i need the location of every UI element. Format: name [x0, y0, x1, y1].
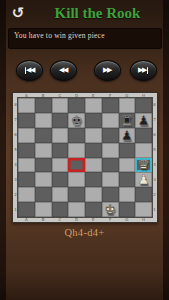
- fast-forward-button[interactable]: ▶▶: [94, 60, 121, 81]
- coord-label: 8: [13, 98, 18, 113]
- square-a1[interactable]: [18, 202, 35, 217]
- square-b7[interactable]: [35, 113, 52, 128]
- coord-label: 7: [152, 113, 157, 128]
- square-g2[interactable]: [119, 187, 136, 202]
- coord-label: A: [18, 217, 35, 222]
- square-c7[interactable]: [52, 113, 69, 128]
- instruction-text: You have to win given piece: [8, 28, 162, 43]
- coord-label: D: [68, 93, 85, 98]
- square-a5[interactable]: [18, 143, 35, 158]
- coord-label: 4: [13, 158, 18, 173]
- square-f8[interactable]: [102, 98, 119, 113]
- undo-arrow-icon: ↺: [12, 4, 25, 22]
- file-labels-top: ABCDEFGH: [18, 93, 152, 98]
- skip-to-start-icon: ◀◀: [26, 67, 34, 74]
- square-d5[interactable]: [68, 143, 85, 158]
- coord-label: C: [52, 217, 69, 222]
- coord-label: 8: [152, 98, 157, 113]
- white-king[interactable]: ♚: [104, 203, 116, 216]
- square-e3[interactable]: [85, 172, 102, 187]
- square-a2[interactable]: [18, 187, 35, 202]
- square-h4[interactable]: ♛: [135, 158, 152, 173]
- square-f2[interactable]: [102, 187, 119, 202]
- right-edge-decoration: [163, 0, 169, 300]
- square-d8[interactable]: [68, 98, 85, 113]
- square-e4[interactable]: [85, 158, 102, 173]
- chess-board: ABCDEFGH ABCDEFGH 87654321 87654321 ♚♜♟♟…: [12, 92, 158, 223]
- coord-label: A: [18, 93, 35, 98]
- square-h1[interactable]: [135, 202, 152, 217]
- coord-label: H: [135, 93, 152, 98]
- board-grid: ♚♜♟♟♛♟♚: [18, 98, 152, 217]
- square-e1[interactable]: [85, 202, 102, 217]
- square-a4[interactable]: [18, 158, 35, 173]
- top-bar: ↺ Kill the Rook: [0, 0, 169, 28]
- coord-label: 3: [13, 172, 18, 187]
- coord-label: 6: [13, 128, 18, 143]
- rewind-button[interactable]: ◀◀: [50, 60, 77, 81]
- square-f1[interactable]: ♚: [102, 202, 119, 217]
- coord-label: F: [102, 217, 119, 222]
- square-g8[interactable]: [119, 98, 136, 113]
- app-screen: ↺ Kill the Rook You have to win given pi…: [0, 0, 169, 300]
- black-pawn[interactable]: ♟: [138, 114, 150, 127]
- square-f7[interactable]: [102, 113, 119, 128]
- square-e8[interactable]: [85, 98, 102, 113]
- square-f4[interactable]: [102, 158, 119, 173]
- square-g7[interactable]: ♜: [119, 113, 136, 128]
- rank-labels-left: 87654321: [13, 98, 18, 217]
- rank-labels-right: 87654321: [152, 98, 157, 217]
- left-edge-decoration: [0, 0, 6, 300]
- square-g6[interactable]: ♟: [119, 128, 136, 143]
- back-button[interactable]: ↺: [8, 3, 28, 23]
- square-d2[interactable]: [68, 187, 85, 202]
- square-e5[interactable]: [85, 143, 102, 158]
- coord-label: 1: [152, 202, 157, 217]
- square-d4[interactable]: [68, 158, 85, 173]
- square-g1[interactable]: [119, 202, 136, 217]
- square-h3[interactable]: ♟: [135, 172, 152, 187]
- coord-label: G: [119, 217, 136, 222]
- square-b1[interactable]: [35, 202, 52, 217]
- square-e7[interactable]: [85, 113, 102, 128]
- square-d7[interactable]: ♚: [68, 113, 85, 128]
- square-e6[interactable]: [85, 128, 102, 143]
- playback-controls: ◀◀◀◀▶▶▶▶: [0, 60, 169, 82]
- file-labels-bottom: ABCDEFGH: [18, 217, 152, 222]
- coord-label: F: [102, 93, 119, 98]
- coord-label: 2: [13, 187, 18, 202]
- square-g4[interactable]: [119, 158, 136, 173]
- square-f6[interactable]: [102, 128, 119, 143]
- coord-label: H: [135, 217, 152, 222]
- coord-label: 5: [13, 143, 18, 158]
- square-h8[interactable]: [135, 98, 152, 113]
- coord-label: 2: [152, 187, 157, 202]
- square-d1[interactable]: [68, 202, 85, 217]
- page-title: Kill the Rook: [28, 5, 167, 22]
- skip-to-start-button[interactable]: ◀◀: [16, 60, 43, 81]
- square-b2[interactable]: [35, 187, 52, 202]
- fast-forward-icon: ▶▶: [103, 67, 111, 74]
- square-b4[interactable]: [35, 158, 52, 173]
- coord-label: B: [35, 217, 52, 222]
- square-c2[interactable]: [52, 187, 69, 202]
- square-a7[interactable]: [18, 113, 35, 128]
- square-b5[interactable]: [35, 143, 52, 158]
- skip-to-end-icon: ▶▶: [138, 67, 146, 74]
- coord-label: B: [35, 93, 52, 98]
- coord-label: 4: [152, 158, 157, 173]
- rewind-icon: ◀◀: [59, 67, 67, 74]
- skip-to-end-button[interactable]: ▶▶: [130, 60, 157, 81]
- square-g3[interactable]: [119, 172, 136, 187]
- square-a6[interactable]: [18, 128, 35, 143]
- square-h5[interactable]: [135, 143, 152, 158]
- coord-label: 7: [13, 113, 18, 128]
- black-pawn[interactable]: ♟: [121, 129, 133, 142]
- square-c3[interactable]: [52, 172, 69, 187]
- move-annotation: Qh4-d4+: [0, 227, 169, 238]
- square-h2[interactable]: [135, 187, 152, 202]
- square-h6[interactable]: [135, 128, 152, 143]
- square-c5[interactable]: [52, 143, 69, 158]
- square-h7[interactable]: ♟: [135, 113, 152, 128]
- coord-label: 5: [152, 143, 157, 158]
- square-f3[interactable]: [102, 172, 119, 187]
- square-f5[interactable]: [102, 143, 119, 158]
- square-b3[interactable]: [35, 172, 52, 187]
- square-d6[interactable]: [68, 128, 85, 143]
- coord-label: C: [52, 93, 69, 98]
- square-d3[interactable]: [68, 172, 85, 187]
- white-queen[interactable]: ♛: [138, 158, 150, 171]
- square-c8[interactable]: [52, 98, 69, 113]
- square-a3[interactable]: [18, 172, 35, 187]
- square-c4[interactable]: [52, 158, 69, 173]
- bar-glyph: [147, 67, 149, 74]
- square-e2[interactable]: [85, 187, 102, 202]
- instruction-panel: You have to win given piece: [8, 28, 162, 49]
- coord-label: E: [85, 93, 102, 98]
- square-b8[interactable]: [35, 98, 52, 113]
- square-b6[interactable]: [35, 128, 52, 143]
- coord-label: 1: [13, 202, 18, 217]
- coord-label: 3: [152, 172, 157, 187]
- black-rook[interactable]: ♜: [121, 114, 133, 127]
- square-g5[interactable]: [119, 143, 136, 158]
- coord-label: G: [119, 93, 136, 98]
- square-c6[interactable]: [52, 128, 69, 143]
- white-pawn[interactable]: ♟: [138, 173, 150, 186]
- coord-label: D: [68, 217, 85, 222]
- coord-label: E: [85, 217, 102, 222]
- square-a8[interactable]: [18, 98, 35, 113]
- coord-label: 6: [152, 128, 157, 143]
- black-king[interactable]: ♚: [71, 114, 83, 127]
- square-c1[interactable]: [52, 202, 69, 217]
